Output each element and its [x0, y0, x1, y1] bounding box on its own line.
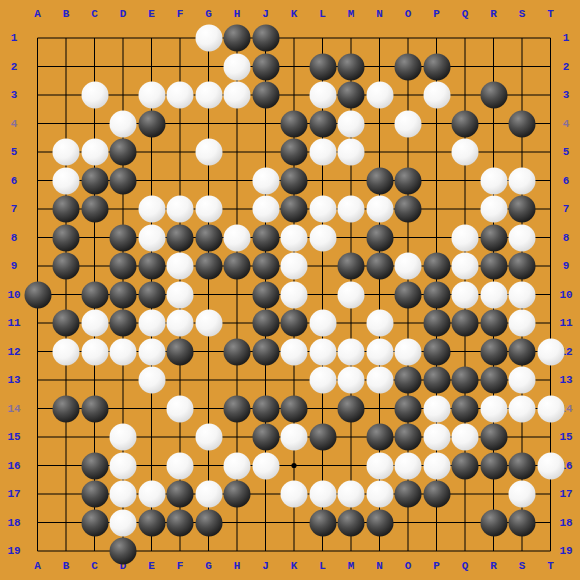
cell-C9[interactable] [80, 252, 109, 281]
cell-G13[interactable] [194, 366, 223, 395]
cell-O6[interactable] [394, 166, 423, 195]
cell-H14[interactable] [223, 394, 252, 423]
cell-N2[interactable] [365, 52, 394, 81]
cell-L5[interactable] [308, 138, 337, 167]
cell-P11[interactable] [422, 309, 451, 338]
cell-P14[interactable] [422, 394, 451, 423]
cell-T14[interactable] [536, 394, 565, 423]
cell-O12[interactable] [394, 337, 423, 366]
cell-B14[interactable] [52, 394, 81, 423]
cell-D7[interactable] [109, 195, 138, 224]
cell-S10[interactable] [508, 280, 537, 309]
cell-L14[interactable] [308, 394, 337, 423]
cell-F1[interactable] [166, 24, 195, 53]
cell-P2[interactable] [422, 52, 451, 81]
cell-S11[interactable] [508, 309, 537, 338]
cell-L6[interactable] [308, 166, 337, 195]
cell-Q12[interactable] [451, 337, 480, 366]
cell-S16[interactable] [508, 451, 537, 480]
cell-H2[interactable] [223, 52, 252, 81]
cell-L8[interactable] [308, 223, 337, 252]
cell-Q3[interactable] [451, 81, 480, 110]
cell-B15[interactable] [52, 423, 81, 452]
cell-S4[interactable] [508, 109, 537, 138]
cell-C1[interactable] [80, 24, 109, 53]
cell-T19[interactable] [536, 537, 565, 566]
cell-P10[interactable] [422, 280, 451, 309]
cell-T5[interactable] [536, 138, 565, 167]
cell-L16[interactable] [308, 451, 337, 480]
cell-E3[interactable] [137, 81, 166, 110]
cell-M6[interactable] [337, 166, 366, 195]
cell-O4[interactable] [394, 109, 423, 138]
cell-N15[interactable] [365, 423, 394, 452]
cell-J12[interactable] [251, 337, 280, 366]
cell-D6[interactable] [109, 166, 138, 195]
cell-T6[interactable] [536, 166, 565, 195]
cell-P15[interactable] [422, 423, 451, 452]
cell-A13[interactable] [23, 366, 52, 395]
cell-G16[interactable] [194, 451, 223, 480]
cell-P18[interactable] [422, 508, 451, 537]
cell-L11[interactable] [308, 309, 337, 338]
cell-Q6[interactable] [451, 166, 480, 195]
cell-H7[interactable] [223, 195, 252, 224]
cell-R11[interactable] [479, 309, 508, 338]
cell-Q1[interactable] [451, 24, 480, 53]
cell-K5[interactable] [280, 138, 309, 167]
cell-Q2[interactable] [451, 52, 480, 81]
cell-Q7[interactable] [451, 195, 480, 224]
cell-N12[interactable] [365, 337, 394, 366]
cell-B2[interactable] [52, 52, 81, 81]
cell-Q15[interactable] [451, 423, 480, 452]
cell-E13[interactable] [137, 366, 166, 395]
cell-P17[interactable] [422, 480, 451, 509]
cell-T12[interactable] [536, 337, 565, 366]
cell-P3[interactable] [422, 81, 451, 110]
cell-J1[interactable] [251, 24, 280, 53]
cell-T16[interactable] [536, 451, 565, 480]
cell-R10[interactable] [479, 280, 508, 309]
cell-G19[interactable] [194, 537, 223, 566]
cell-N17[interactable] [365, 480, 394, 509]
cell-T4[interactable] [536, 109, 565, 138]
cell-R9[interactable] [479, 252, 508, 281]
cell-O2[interactable] [394, 52, 423, 81]
cell-T2[interactable] [536, 52, 565, 81]
cell-T8[interactable] [536, 223, 565, 252]
cell-O7[interactable] [394, 195, 423, 224]
cell-P9[interactable] [422, 252, 451, 281]
cell-B17[interactable] [52, 480, 81, 509]
cell-K11[interactable] [280, 309, 309, 338]
cell-N14[interactable] [365, 394, 394, 423]
cell-D14[interactable] [109, 394, 138, 423]
cell-M5[interactable] [337, 138, 366, 167]
cell-J4[interactable] [251, 109, 280, 138]
cell-N5[interactable] [365, 138, 394, 167]
cell-F13[interactable] [166, 366, 195, 395]
cell-E17[interactable] [137, 480, 166, 509]
cell-B5[interactable] [52, 138, 81, 167]
cell-A8[interactable] [23, 223, 52, 252]
cell-F11[interactable] [166, 309, 195, 338]
cell-E18[interactable] [137, 508, 166, 537]
cell-B8[interactable] [52, 223, 81, 252]
cell-Q4[interactable] [451, 109, 480, 138]
cell-G8[interactable] [194, 223, 223, 252]
cell-N1[interactable] [365, 24, 394, 53]
goban[interactable] [23, 24, 565, 566]
cell-R16[interactable] [479, 451, 508, 480]
cell-A17[interactable] [23, 480, 52, 509]
cell-N13[interactable] [365, 366, 394, 395]
cell-P8[interactable] [422, 223, 451, 252]
cell-L17[interactable] [308, 480, 337, 509]
cell-A12[interactable] [23, 337, 52, 366]
cell-M9[interactable] [337, 252, 366, 281]
cell-M14[interactable] [337, 394, 366, 423]
cell-N4[interactable] [365, 109, 394, 138]
cell-J15[interactable] [251, 423, 280, 452]
cell-M15[interactable] [337, 423, 366, 452]
cell-T3[interactable] [536, 81, 565, 110]
cell-P19[interactable] [422, 537, 451, 566]
cell-F6[interactable] [166, 166, 195, 195]
cell-Q19[interactable] [451, 537, 480, 566]
cell-K18[interactable] [280, 508, 309, 537]
cell-B16[interactable] [52, 451, 81, 480]
cell-R13[interactable] [479, 366, 508, 395]
cell-M4[interactable] [337, 109, 366, 138]
cell-J11[interactable] [251, 309, 280, 338]
cell-E1[interactable] [137, 24, 166, 53]
cell-F2[interactable] [166, 52, 195, 81]
cell-J2[interactable] [251, 52, 280, 81]
cell-L3[interactable] [308, 81, 337, 110]
cell-S9[interactable] [508, 252, 537, 281]
cell-N19[interactable] [365, 537, 394, 566]
cell-F14[interactable] [166, 394, 195, 423]
cell-N18[interactable] [365, 508, 394, 537]
cell-A14[interactable] [23, 394, 52, 423]
cell-M12[interactable] [337, 337, 366, 366]
cell-M2[interactable] [337, 52, 366, 81]
cell-S8[interactable] [508, 223, 537, 252]
cell-B10[interactable] [52, 280, 81, 309]
cell-M1[interactable] [337, 24, 366, 53]
cell-R3[interactable] [479, 81, 508, 110]
cell-E11[interactable] [137, 309, 166, 338]
cell-F17[interactable] [166, 480, 195, 509]
cell-O1[interactable] [394, 24, 423, 53]
cell-H5[interactable] [223, 138, 252, 167]
cell-S19[interactable] [508, 537, 537, 566]
cell-A16[interactable] [23, 451, 52, 480]
cell-F16[interactable] [166, 451, 195, 480]
cell-G4[interactable] [194, 109, 223, 138]
cell-P16[interactable] [422, 451, 451, 480]
cell-L9[interactable] [308, 252, 337, 281]
cell-H11[interactable] [223, 309, 252, 338]
cell-S12[interactable] [508, 337, 537, 366]
cell-C2[interactable] [80, 52, 109, 81]
cell-D12[interactable] [109, 337, 138, 366]
cell-N3[interactable] [365, 81, 394, 110]
cell-E15[interactable] [137, 423, 166, 452]
cell-B3[interactable] [52, 81, 81, 110]
cell-T7[interactable] [536, 195, 565, 224]
cell-K13[interactable] [280, 366, 309, 395]
cell-O19[interactable] [394, 537, 423, 566]
cell-R1[interactable] [479, 24, 508, 53]
cell-A1[interactable] [23, 24, 52, 53]
cell-O18[interactable] [394, 508, 423, 537]
cell-A18[interactable] [23, 508, 52, 537]
cell-C16[interactable] [80, 451, 109, 480]
cell-T10[interactable] [536, 280, 565, 309]
cell-A19[interactable] [23, 537, 52, 566]
cell-K19[interactable] [280, 537, 309, 566]
cell-E7[interactable] [137, 195, 166, 224]
cell-G18[interactable] [194, 508, 223, 537]
cell-B11[interactable] [52, 309, 81, 338]
cell-Q5[interactable] [451, 138, 480, 167]
cell-O3[interactable] [394, 81, 423, 110]
cell-C11[interactable] [80, 309, 109, 338]
cell-S13[interactable] [508, 366, 537, 395]
cell-F5[interactable] [166, 138, 195, 167]
cell-D17[interactable] [109, 480, 138, 509]
cell-F15[interactable] [166, 423, 195, 452]
cell-D1[interactable] [109, 24, 138, 53]
cell-O11[interactable] [394, 309, 423, 338]
cell-P12[interactable] [422, 337, 451, 366]
cell-L19[interactable] [308, 537, 337, 566]
cell-C4[interactable] [80, 109, 109, 138]
cell-M16[interactable] [337, 451, 366, 480]
cell-A4[interactable] [23, 109, 52, 138]
cell-C3[interactable] [80, 81, 109, 110]
cell-E2[interactable] [137, 52, 166, 81]
cell-F19[interactable] [166, 537, 195, 566]
cell-H10[interactable] [223, 280, 252, 309]
cell-S6[interactable] [508, 166, 537, 195]
cell-L10[interactable] [308, 280, 337, 309]
cell-C18[interactable] [80, 508, 109, 537]
cell-S3[interactable] [508, 81, 537, 110]
cell-H8[interactable] [223, 223, 252, 252]
cell-H3[interactable] [223, 81, 252, 110]
cell-J18[interactable] [251, 508, 280, 537]
cell-J10[interactable] [251, 280, 280, 309]
cell-F9[interactable] [166, 252, 195, 281]
cell-M11[interactable] [337, 309, 366, 338]
cell-S17[interactable] [508, 480, 537, 509]
cell-R4[interactable] [479, 109, 508, 138]
cell-C6[interactable] [80, 166, 109, 195]
cell-D19[interactable] [109, 537, 138, 566]
cell-P1[interactable] [422, 24, 451, 53]
cell-R15[interactable] [479, 423, 508, 452]
cell-K12[interactable] [280, 337, 309, 366]
cell-D15[interactable] [109, 423, 138, 452]
cell-K10[interactable] [280, 280, 309, 309]
cell-J19[interactable] [251, 537, 280, 566]
cell-F7[interactable] [166, 195, 195, 224]
cell-D16[interactable] [109, 451, 138, 480]
cell-G5[interactable] [194, 138, 223, 167]
cell-K1[interactable] [280, 24, 309, 53]
cell-H16[interactable] [223, 451, 252, 480]
cell-L2[interactable] [308, 52, 337, 81]
cell-C14[interactable] [80, 394, 109, 423]
cell-B4[interactable] [52, 109, 81, 138]
cell-T17[interactable] [536, 480, 565, 509]
cell-D9[interactable] [109, 252, 138, 281]
cell-R7[interactable] [479, 195, 508, 224]
cell-B7[interactable] [52, 195, 81, 224]
cell-A9[interactable] [23, 252, 52, 281]
cell-D5[interactable] [109, 138, 138, 167]
cell-T9[interactable] [536, 252, 565, 281]
cell-T13[interactable] [536, 366, 565, 395]
cell-E16[interactable] [137, 451, 166, 480]
cell-H13[interactable] [223, 366, 252, 395]
cell-D8[interactable] [109, 223, 138, 252]
cell-O15[interactable] [394, 423, 423, 452]
cell-J7[interactable] [251, 195, 280, 224]
cell-O17[interactable] [394, 480, 423, 509]
cell-Q13[interactable] [451, 366, 480, 395]
cell-J16[interactable] [251, 451, 280, 480]
cell-H19[interactable] [223, 537, 252, 566]
cell-E9[interactable] [137, 252, 166, 281]
cell-Q11[interactable] [451, 309, 480, 338]
cell-N9[interactable] [365, 252, 394, 281]
cell-J14[interactable] [251, 394, 280, 423]
cell-O16[interactable] [394, 451, 423, 480]
cell-G1[interactable] [194, 24, 223, 53]
cell-G3[interactable] [194, 81, 223, 110]
cell-M7[interactable] [337, 195, 366, 224]
cell-M8[interactable] [337, 223, 366, 252]
cell-O10[interactable] [394, 280, 423, 309]
cell-D11[interactable] [109, 309, 138, 338]
cell-K14[interactable] [280, 394, 309, 423]
cell-F18[interactable] [166, 508, 195, 537]
cell-A3[interactable] [23, 81, 52, 110]
cell-Q18[interactable] [451, 508, 480, 537]
cell-B9[interactable] [52, 252, 81, 281]
cell-H15[interactable] [223, 423, 252, 452]
cell-C15[interactable] [80, 423, 109, 452]
cell-O5[interactable] [394, 138, 423, 167]
cell-L12[interactable] [308, 337, 337, 366]
cell-G10[interactable] [194, 280, 223, 309]
cell-A11[interactable] [23, 309, 52, 338]
cell-J13[interactable] [251, 366, 280, 395]
cell-O14[interactable] [394, 394, 423, 423]
cell-B13[interactable] [52, 366, 81, 395]
cell-B1[interactable] [52, 24, 81, 53]
cell-S2[interactable] [508, 52, 537, 81]
cell-L4[interactable] [308, 109, 337, 138]
cell-L1[interactable] [308, 24, 337, 53]
cell-H1[interactable] [223, 24, 252, 53]
cell-E6[interactable] [137, 166, 166, 195]
cell-Q8[interactable] [451, 223, 480, 252]
cell-D18[interactable] [109, 508, 138, 537]
cell-G6[interactable] [194, 166, 223, 195]
cell-G9[interactable] [194, 252, 223, 281]
cell-L7[interactable] [308, 195, 337, 224]
cell-M3[interactable] [337, 81, 366, 110]
cell-R8[interactable] [479, 223, 508, 252]
cell-B6[interactable] [52, 166, 81, 195]
cell-P13[interactable] [422, 366, 451, 395]
cell-O13[interactable] [394, 366, 423, 395]
cell-F10[interactable] [166, 280, 195, 309]
cell-L15[interactable] [308, 423, 337, 452]
cell-M13[interactable] [337, 366, 366, 395]
cell-E19[interactable] [137, 537, 166, 566]
cell-J9[interactable] [251, 252, 280, 281]
cell-C19[interactable] [80, 537, 109, 566]
cell-R6[interactable] [479, 166, 508, 195]
cell-R12[interactable] [479, 337, 508, 366]
cell-M19[interactable] [337, 537, 366, 566]
cell-N10[interactable] [365, 280, 394, 309]
cell-B19[interactable] [52, 537, 81, 566]
cell-K9[interactable] [280, 252, 309, 281]
cell-G15[interactable] [194, 423, 223, 452]
cell-S15[interactable] [508, 423, 537, 452]
cell-J6[interactable] [251, 166, 280, 195]
cell-D10[interactable] [109, 280, 138, 309]
cell-H4[interactable] [223, 109, 252, 138]
cell-C10[interactable] [80, 280, 109, 309]
cell-P4[interactable] [422, 109, 451, 138]
cell-H9[interactable] [223, 252, 252, 281]
cell-H18[interactable] [223, 508, 252, 537]
cell-K17[interactable] [280, 480, 309, 509]
cell-L13[interactable] [308, 366, 337, 395]
cell-S1[interactable] [508, 24, 537, 53]
cell-Q17[interactable] [451, 480, 480, 509]
cell-D4[interactable] [109, 109, 138, 138]
cell-F3[interactable] [166, 81, 195, 110]
cell-E8[interactable] [137, 223, 166, 252]
cell-K4[interactable] [280, 109, 309, 138]
cell-S14[interactable] [508, 394, 537, 423]
cell-Q14[interactable] [451, 394, 480, 423]
cell-E14[interactable] [137, 394, 166, 423]
cell-S7[interactable] [508, 195, 537, 224]
cell-O9[interactable] [394, 252, 423, 281]
cell-K2[interactable] [280, 52, 309, 81]
cell-M10[interactable] [337, 280, 366, 309]
cell-R19[interactable] [479, 537, 508, 566]
cell-T15[interactable] [536, 423, 565, 452]
cell-M18[interactable] [337, 508, 366, 537]
cell-T1[interactable] [536, 24, 565, 53]
cell-A10[interactable] [23, 280, 52, 309]
cell-D2[interactable] [109, 52, 138, 81]
cell-N16[interactable] [365, 451, 394, 480]
cell-G11[interactable] [194, 309, 223, 338]
